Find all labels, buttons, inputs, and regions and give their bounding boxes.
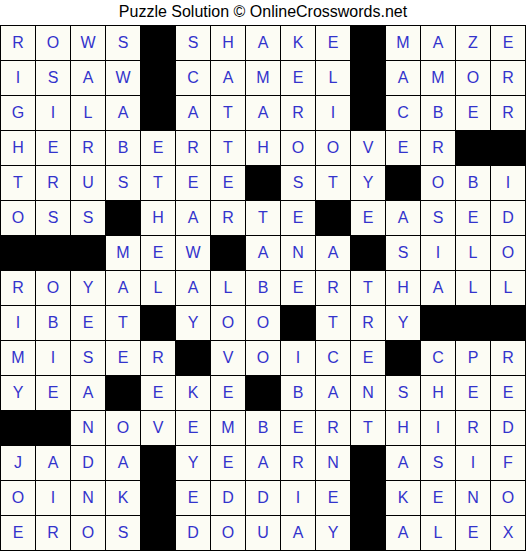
letter-cell-r6c9: E	[281, 201, 316, 236]
letter-cell-r5c9: S	[281, 166, 316, 201]
letter-cell-r11c2: E	[36, 376, 71, 411]
letter-cell-r10c15: R	[491, 341, 526, 376]
letter-cell-r10c7: V	[211, 341, 246, 376]
letter-cell-r14c15: O	[491, 481, 526, 516]
letter-cell-r3c13: B	[421, 96, 456, 131]
letter-cell-r11c14: E	[456, 376, 491, 411]
letter-cell-r4c6: R	[176, 131, 211, 166]
letter-cell-r2c14: O	[456, 61, 491, 96]
letter-cell-r5c15: I	[491, 166, 526, 201]
letter-cell-r4c13: R	[421, 131, 456, 166]
letter-cell-r3c10: I	[316, 96, 351, 131]
letter-cell-r12c13: I	[421, 411, 456, 446]
letter-cell-r5c4: S	[106, 166, 141, 201]
letter-cell-r8c15: L	[491, 271, 526, 306]
letter-cell-r8c6: A	[176, 271, 211, 306]
page-title: Puzzle Solution © OnlineCrosswords.net	[0, 0, 526, 25]
letter-cell-r11c3: A	[71, 376, 106, 411]
letter-cell-r2c12: A	[386, 61, 421, 96]
letter-cell-r15c12: A	[386, 516, 421, 551]
letter-cell-r1c10: E	[316, 26, 351, 61]
black-cell-r9c15	[491, 306, 526, 341]
letter-cell-r6c13: S	[421, 201, 456, 236]
letter-cell-r12c7: M	[211, 411, 246, 446]
letter-cell-r14c2: I	[36, 481, 71, 516]
letter-cell-r2c15: R	[491, 61, 526, 96]
letter-cell-r5c13: O	[421, 166, 456, 201]
crossword-grid: ROWSSHAKEMAZEISAWCAMELAMORGILAATARICBERH…	[0, 25, 526, 551]
letter-cell-r12c11: T	[351, 411, 386, 446]
letter-cell-r10c11: E	[351, 341, 386, 376]
black-cell-r13c5	[141, 446, 176, 481]
letter-cell-r14c4: K	[106, 481, 141, 516]
letter-cell-r1c14: Z	[456, 26, 491, 61]
letter-cell-r5c2: R	[36, 166, 71, 201]
letter-cell-r15c13: L	[421, 516, 456, 551]
letter-cell-r5c10: T	[316, 166, 351, 201]
black-cell-r14c5	[141, 481, 176, 516]
letter-cell-r1c6: S	[176, 26, 211, 61]
letter-cell-r3c4: A	[106, 96, 141, 131]
letter-cell-r11c5: E	[141, 376, 176, 411]
letter-cell-r9c8: O	[246, 306, 281, 341]
letter-cell-r13c7: E	[211, 446, 246, 481]
letter-cell-r13c6: Y	[176, 446, 211, 481]
letter-cell-r15c3: O	[71, 516, 106, 551]
letter-cell-r13c9: R	[281, 446, 316, 481]
letter-cell-r11c13: H	[421, 376, 456, 411]
letter-cell-r3c15: R	[491, 96, 526, 131]
letter-cell-r7c15: O	[491, 236, 526, 271]
letter-cell-r3c1: G	[1, 96, 36, 131]
letter-cell-r4c3: R	[71, 131, 106, 166]
black-cell-r11c8	[246, 376, 281, 411]
black-cell-r9c14	[456, 306, 491, 341]
letter-cell-r1c2: O	[36, 26, 71, 61]
black-cell-r7c11	[351, 236, 386, 271]
letter-cell-r1c8: A	[246, 26, 281, 61]
letter-cell-r14c9: I	[281, 481, 316, 516]
letter-cell-r6c2: S	[36, 201, 71, 236]
letter-cell-r5c14: B	[456, 166, 491, 201]
letter-cell-r6c14: E	[456, 201, 491, 236]
black-cell-r5c12	[386, 166, 421, 201]
letter-cell-r7c14: L	[456, 236, 491, 271]
black-cell-r6c4	[106, 201, 141, 236]
letter-cell-r2c9: E	[281, 61, 316, 96]
letter-cell-r14c7: D	[211, 481, 246, 516]
letter-cell-r10c2: I	[36, 341, 71, 376]
letter-cell-r4c1: H	[1, 131, 36, 166]
letter-cell-r3c2: I	[36, 96, 71, 131]
letter-cell-r6c15: D	[491, 201, 526, 236]
letter-cell-r9c1: I	[1, 306, 36, 341]
letter-cell-r14c3: N	[71, 481, 106, 516]
letter-cell-r2c8: M	[246, 61, 281, 96]
letter-cell-r4c5: E	[141, 131, 176, 166]
letter-cell-r11c1: Y	[1, 376, 36, 411]
letter-cell-r9c12: Y	[386, 306, 421, 341]
black-cell-r7c7	[211, 236, 246, 271]
letter-cell-r1c12: M	[386, 26, 421, 61]
letter-cell-r15c14: E	[456, 516, 491, 551]
letter-cell-r15c6: D	[176, 516, 211, 551]
letter-cell-r8c2: O	[36, 271, 71, 306]
letter-cell-r8c11: T	[351, 271, 386, 306]
letter-cell-r8c14: L	[456, 271, 491, 306]
letter-cell-r13c8: A	[246, 446, 281, 481]
letter-cell-r13c4: A	[106, 446, 141, 481]
letter-cell-r10c5: R	[141, 341, 176, 376]
puzzle-solution-page: Puzzle Solution © OnlineCrosswords.net R…	[0, 0, 526, 551]
letter-cell-r9c4: T	[106, 306, 141, 341]
letter-cell-r15c4: S	[106, 516, 141, 551]
letter-cell-r3c8: A	[246, 96, 281, 131]
letter-cell-r12c8: B	[246, 411, 281, 446]
letter-cell-r5c7: E	[211, 166, 246, 201]
letter-cell-r10c10: C	[316, 341, 351, 376]
letter-cell-r2c7: A	[211, 61, 246, 96]
letter-cell-r6c12: A	[386, 201, 421, 236]
black-cell-r4c14	[456, 131, 491, 166]
letter-cell-r6c8: T	[246, 201, 281, 236]
black-cell-r10c12	[386, 341, 421, 376]
letter-cell-r13c1: J	[1, 446, 36, 481]
letter-cell-r4c11: V	[351, 131, 386, 166]
letter-cell-r5c5: T	[141, 166, 176, 201]
letter-cell-r7c5: E	[141, 236, 176, 271]
letter-cell-r1c9: K	[281, 26, 316, 61]
letter-cell-r4c9: O	[281, 131, 316, 166]
black-cell-r4c15	[491, 131, 526, 166]
letter-cell-r13c15: F	[491, 446, 526, 481]
letter-cell-r10c9: I	[281, 341, 316, 376]
letter-cell-r14c14: N	[456, 481, 491, 516]
letter-cell-r9c10: T	[316, 306, 351, 341]
black-cell-r7c2	[36, 236, 71, 271]
black-cell-r2c11	[351, 61, 386, 96]
letter-cell-r5c11: Y	[351, 166, 386, 201]
letter-cell-r14c10: E	[316, 481, 351, 516]
letter-cell-r15c1: E	[1, 516, 36, 551]
letter-cell-r1c7: H	[211, 26, 246, 61]
letter-cell-r4c4: B	[106, 131, 141, 166]
letter-cell-r1c1: R	[1, 26, 36, 61]
letter-cell-r3c14: E	[456, 96, 491, 131]
letter-cell-r13c3: D	[71, 446, 106, 481]
letter-cell-r10c8: O	[246, 341, 281, 376]
letter-cell-r14c1: O	[1, 481, 36, 516]
letter-cell-r6c11: E	[351, 201, 386, 236]
letter-cell-r10c13: C	[421, 341, 456, 376]
letter-cell-r13c14: I	[456, 446, 491, 481]
letter-cell-r5c1: T	[1, 166, 36, 201]
letter-cell-r12c14: R	[456, 411, 491, 446]
black-cell-r1c5	[141, 26, 176, 61]
letter-cell-r8c10: R	[316, 271, 351, 306]
letter-cell-r12c9: E	[281, 411, 316, 446]
letter-cell-r4c2: E	[36, 131, 71, 166]
letter-cell-r15c15: X	[491, 516, 526, 551]
letter-cell-r1c4: S	[106, 26, 141, 61]
letter-cell-r10c14: P	[456, 341, 491, 376]
black-cell-r12c1	[1, 411, 36, 446]
black-cell-r15c5	[141, 516, 176, 551]
black-cell-r10c6	[176, 341, 211, 376]
letter-cell-r4c8: H	[246, 131, 281, 166]
black-cell-r3c5	[141, 96, 176, 131]
letter-cell-r2c3: A	[71, 61, 106, 96]
letter-cell-r7c8: A	[246, 236, 281, 271]
letter-cell-r8c13: A	[421, 271, 456, 306]
letter-cell-r1c13: A	[421, 26, 456, 61]
letter-cell-r1c3: W	[71, 26, 106, 61]
letter-cell-r12c4: O	[106, 411, 141, 446]
letter-cell-r6c1: O	[1, 201, 36, 236]
letter-cell-r12c6: E	[176, 411, 211, 446]
black-cell-r7c1	[1, 236, 36, 271]
letter-cell-r9c3: E	[71, 306, 106, 341]
letter-cell-r13c10: N	[316, 446, 351, 481]
letter-cell-r15c7: O	[211, 516, 246, 551]
letter-cell-r2c6: C	[176, 61, 211, 96]
letter-cell-r4c10: O	[316, 131, 351, 166]
black-cell-r13c11	[351, 446, 386, 481]
black-cell-r1c11	[351, 26, 386, 61]
letter-cell-r7c10: A	[316, 236, 351, 271]
letter-cell-r15c8: U	[246, 516, 281, 551]
letter-cell-r11c6: K	[176, 376, 211, 411]
black-cell-r7c3	[71, 236, 106, 271]
black-cell-r9c13	[421, 306, 456, 341]
letter-cell-r10c4: E	[106, 341, 141, 376]
letter-cell-r8c4: A	[106, 271, 141, 306]
letter-cell-r7c6: W	[176, 236, 211, 271]
letter-cell-r10c1: M	[1, 341, 36, 376]
letter-cell-r11c15: E	[491, 376, 526, 411]
letter-cell-r12c5: V	[141, 411, 176, 446]
letter-cell-r6c7: R	[211, 201, 246, 236]
letter-cell-r15c2: R	[36, 516, 71, 551]
letter-cell-r3c9: R	[281, 96, 316, 131]
letter-cell-r6c6: A	[176, 201, 211, 236]
letter-cell-r9c11: R	[351, 306, 386, 341]
letter-cell-r8c12: H	[386, 271, 421, 306]
letter-cell-r7c13: I	[421, 236, 456, 271]
letter-cell-r14c13: E	[421, 481, 456, 516]
letter-cell-r5c3: U	[71, 166, 106, 201]
letter-cell-r9c6: Y	[176, 306, 211, 341]
letter-cell-r2c10: L	[316, 61, 351, 96]
black-cell-r3c11	[351, 96, 386, 131]
black-cell-r6c10	[316, 201, 351, 236]
letter-cell-r7c4: M	[106, 236, 141, 271]
letter-cell-r15c9: A	[281, 516, 316, 551]
letter-cell-r7c12: S	[386, 236, 421, 271]
letter-cell-r11c9: B	[281, 376, 316, 411]
letter-cell-r12c12: H	[386, 411, 421, 446]
letter-cell-r13c13: S	[421, 446, 456, 481]
letter-cell-r3c7: T	[211, 96, 246, 131]
letter-cell-r12c3: N	[71, 411, 106, 446]
letter-cell-r4c12: E	[386, 131, 421, 166]
letter-cell-r2c4: W	[106, 61, 141, 96]
letter-cell-r2c1: I	[1, 61, 36, 96]
letter-cell-r8c9: E	[281, 271, 316, 306]
black-cell-r9c9	[281, 306, 316, 341]
letter-cell-r11c11: N	[351, 376, 386, 411]
letter-cell-r8c8: B	[246, 271, 281, 306]
letter-cell-r2c13: M	[421, 61, 456, 96]
letter-cell-r6c3: S	[71, 201, 106, 236]
letter-cell-r8c5: L	[141, 271, 176, 306]
letter-cell-r11c7: E	[211, 376, 246, 411]
letter-cell-r11c12: S	[386, 376, 421, 411]
letter-cell-r14c8: D	[246, 481, 281, 516]
letter-cell-r8c1: R	[1, 271, 36, 306]
black-cell-r9c5	[141, 306, 176, 341]
black-cell-r14c11	[351, 481, 386, 516]
letter-cell-r12c15: D	[491, 411, 526, 446]
letter-cell-r3c3: L	[71, 96, 106, 131]
black-cell-r11c4	[106, 376, 141, 411]
letter-cell-r3c12: C	[386, 96, 421, 131]
letter-cell-r13c12: A	[386, 446, 421, 481]
letter-cell-r15c10: Y	[316, 516, 351, 551]
letter-cell-r5c6: E	[176, 166, 211, 201]
letter-cell-r6c5: H	[141, 201, 176, 236]
black-cell-r15c11	[351, 516, 386, 551]
letter-cell-r14c12: K	[386, 481, 421, 516]
letter-cell-r4c7: T	[211, 131, 246, 166]
letter-cell-r10c3: S	[71, 341, 106, 376]
letter-cell-r8c3: Y	[71, 271, 106, 306]
black-cell-r2c5	[141, 61, 176, 96]
letter-cell-r3c6: A	[176, 96, 211, 131]
letter-cell-r14c6: E	[176, 481, 211, 516]
letter-cell-r2c2: S	[36, 61, 71, 96]
letter-cell-r8c7: L	[211, 271, 246, 306]
letter-cell-r13c2: A	[36, 446, 71, 481]
letter-cell-r1c15: E	[491, 26, 526, 61]
letter-cell-r9c2: B	[36, 306, 71, 341]
black-cell-r12c2	[36, 411, 71, 446]
letter-cell-r11c10: A	[316, 376, 351, 411]
letter-cell-r9c7: O	[211, 306, 246, 341]
letter-cell-r7c9: N	[281, 236, 316, 271]
black-cell-r5c8	[246, 166, 281, 201]
letter-cell-r12c10: R	[316, 411, 351, 446]
